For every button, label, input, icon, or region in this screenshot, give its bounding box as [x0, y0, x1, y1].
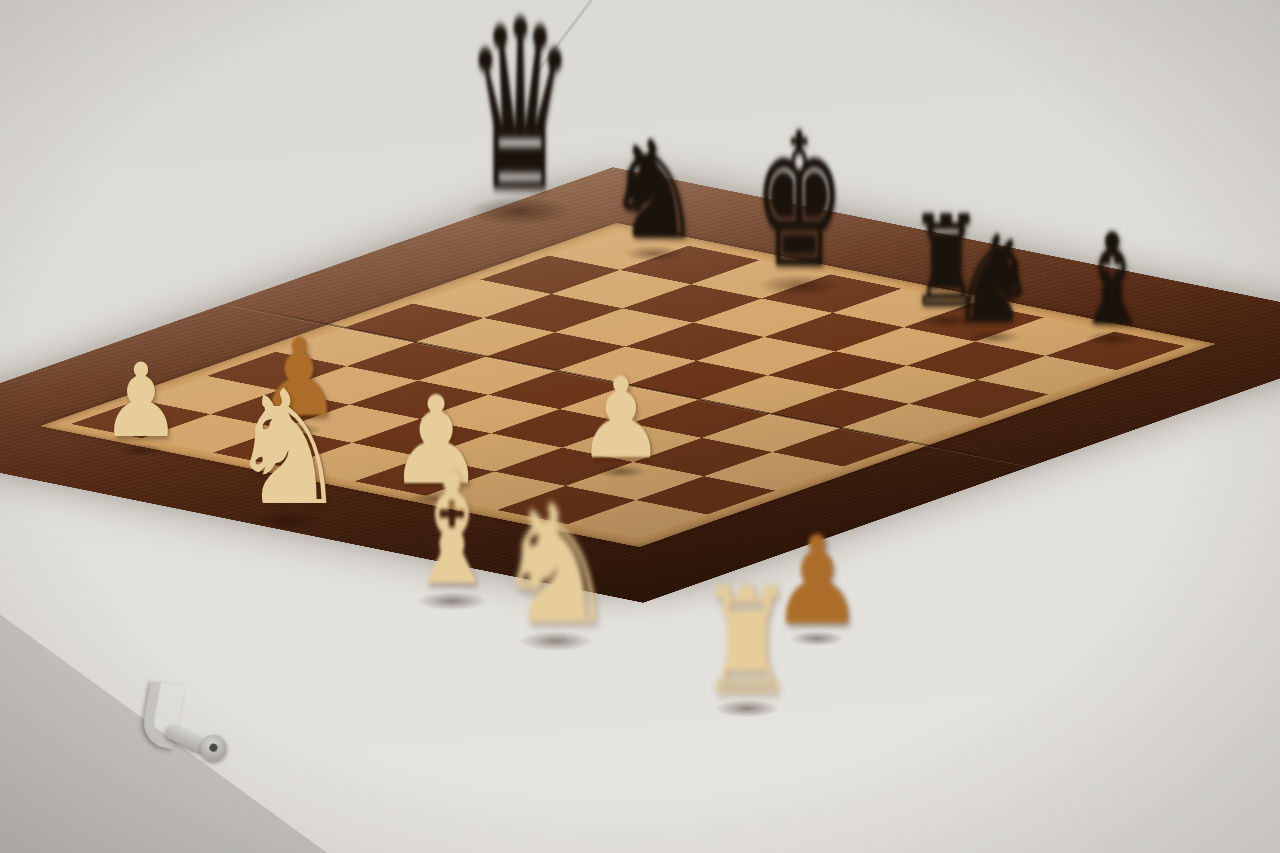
chess-piece-glyph: ♚ [753, 109, 844, 294]
latch-eye-icon [196, 731, 230, 765]
chess-piece-glyph: ♞ [950, 220, 1038, 340]
chess-piece-glyph: ♞ [493, 483, 619, 648]
chess-piece-glyph: ♟ [101, 350, 181, 452]
piece-black-knight-c8: ♞ [593, 123, 714, 258]
piece-white-pawn-e4: ♟ [571, 362, 671, 474]
piece-black-knight-g8: ♞ [940, 220, 1048, 340]
chess-piece-glyph: ♛ [465, 0, 575, 224]
piece-white-knight-f1: ♞ [482, 483, 630, 648]
piece-white-rook-h1: ♜ [682, 569, 812, 714]
chess-piece-glyph: ♟ [577, 362, 665, 474]
piece-white-pawn-a1: ♟ [95, 350, 186, 452]
chess-piece-glyph: ♝ [1074, 217, 1150, 342]
photo-stage: ♛♞♚♜♞♝♟♟♞♟♝♟♞♜♟ [0, 0, 1280, 853]
chess-piece-glyph: ♞ [228, 369, 348, 527]
piece-white-knight-b2: ♞ [217, 369, 359, 527]
chess-piece-glyph: ♜ [698, 569, 796, 714]
chess-piece-glyph: ♞ [606, 123, 703, 258]
piece-black-bishop-h8: ♝ [1056, 217, 1168, 342]
piece-black-king-d8: ♚ [716, 109, 882, 294]
